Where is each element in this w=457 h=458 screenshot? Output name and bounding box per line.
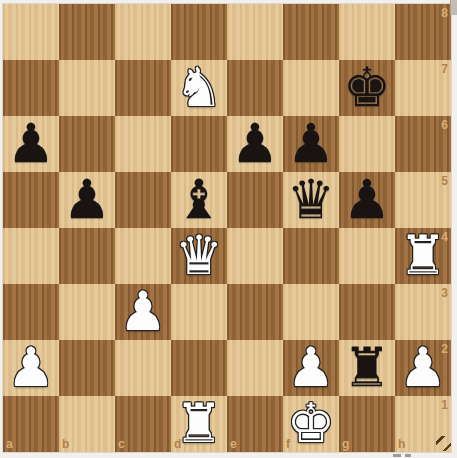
white-king-f1[interactable]: ♚: [283, 396, 339, 452]
square-a2[interactable]: ♟: [3, 340, 59, 396]
square-d5[interactable]: ♝: [171, 172, 227, 228]
square-f4[interactable]: [283, 228, 339, 284]
square-f3[interactable]: [283, 284, 339, 340]
square-c6[interactable]: [115, 116, 171, 172]
square-c3[interactable]: ♟: [115, 284, 171, 340]
square-c5[interactable]: [115, 172, 171, 228]
square-d4[interactable]: ♛: [171, 228, 227, 284]
square-a5[interactable]: [3, 172, 59, 228]
square-g7[interactable]: ♚: [339, 60, 395, 116]
file-label-a: a: [6, 438, 13, 450]
rank-label-8: 8: [441, 7, 448, 19]
square-e7[interactable]: [227, 60, 283, 116]
square-d2[interactable]: [171, 340, 227, 396]
square-c4[interactable]: [115, 228, 171, 284]
square-a6[interactable]: ♟: [3, 116, 59, 172]
square-e4[interactable]: [227, 228, 283, 284]
white-rook-d1[interactable]: ♜: [171, 396, 227, 452]
square-c1[interactable]: c: [115, 396, 171, 452]
square-h7[interactable]: 7: [395, 60, 451, 116]
black-king-g7[interactable]: ♚: [339, 60, 395, 116]
square-a7[interactable]: [3, 60, 59, 116]
square-g5[interactable]: ♟: [339, 172, 395, 228]
square-d8[interactable]: [171, 4, 227, 60]
white-pawn-f2[interactable]: ♟: [283, 340, 339, 396]
square-c7[interactable]: [115, 60, 171, 116]
square-h8[interactable]: 8: [395, 4, 451, 60]
square-g3[interactable]: [339, 284, 395, 340]
square-c2[interactable]: [115, 340, 171, 396]
square-g4[interactable]: [339, 228, 395, 284]
square-h6[interactable]: 6: [395, 116, 451, 172]
square-b5[interactable]: ♟: [59, 172, 115, 228]
square-e5[interactable]: [227, 172, 283, 228]
black-pawn-g5[interactable]: ♟: [339, 172, 395, 228]
square-b6[interactable]: [59, 116, 115, 172]
rank-label-5: 5: [441, 175, 448, 187]
square-f1[interactable]: ♚f: [283, 396, 339, 452]
cutoff-text-fragment: [393, 454, 401, 457]
square-f5[interactable]: ♛: [283, 172, 339, 228]
square-e6[interactable]: ♟: [227, 116, 283, 172]
square-b3[interactable]: [59, 284, 115, 340]
file-label-h: h: [398, 438, 405, 450]
square-a3[interactable]: [3, 284, 59, 340]
square-a4[interactable]: [3, 228, 59, 284]
black-pawn-f6[interactable]: ♟: [283, 116, 339, 172]
square-e3[interactable]: [227, 284, 283, 340]
rank-label-3: 3: [441, 287, 448, 299]
square-e2[interactable]: [227, 340, 283, 396]
file-label-b: b: [62, 438, 69, 450]
square-g1[interactable]: g: [339, 396, 395, 452]
white-knight-d7[interactable]: ♞: [171, 60, 227, 116]
square-a8[interactable]: [3, 4, 59, 60]
square-d7[interactable]: ♞: [171, 60, 227, 116]
white-rook-h4[interactable]: ♜: [395, 228, 451, 284]
square-f2[interactable]: ♟: [283, 340, 339, 396]
square-b2[interactable]: [59, 340, 115, 396]
chess-board[interactable]: 8♞♚7♟♟♟6♟♝♛♟5♛♜4♟3♟♟♜♟2abc♜de♚fg1h: [3, 4, 451, 452]
white-pawn-h2[interactable]: ♟: [395, 340, 451, 396]
black-queen-f5[interactable]: ♛: [283, 172, 339, 228]
file-label-e: e: [230, 438, 237, 450]
black-pawn-e6[interactable]: ♟: [227, 116, 283, 172]
square-f8[interactable]: [283, 4, 339, 60]
square-d6[interactable]: [171, 116, 227, 172]
square-e8[interactable]: [227, 4, 283, 60]
square-g6[interactable]: [339, 116, 395, 172]
square-g2[interactable]: ♜: [339, 340, 395, 396]
square-h3[interactable]: 3: [395, 284, 451, 340]
square-h5[interactable]: 5: [395, 172, 451, 228]
black-rook-g2[interactable]: ♜: [339, 340, 395, 396]
square-f6[interactable]: ♟: [283, 116, 339, 172]
square-h2[interactable]: ♟2: [395, 340, 451, 396]
square-b8[interactable]: [59, 4, 115, 60]
file-label-c: c: [118, 438, 125, 450]
white-queen-d4[interactable]: ♛: [171, 228, 227, 284]
square-h4[interactable]: ♜4: [395, 228, 451, 284]
resize-handle-icon[interactable]: [436, 436, 451, 451]
square-b4[interactable]: [59, 228, 115, 284]
square-d1[interactable]: ♜d: [171, 396, 227, 452]
square-c8[interactable]: [115, 4, 171, 60]
square-b7[interactable]: [59, 60, 115, 116]
square-a1[interactable]: a: [3, 396, 59, 452]
white-pawn-a2[interactable]: ♟: [3, 340, 59, 396]
rank-label-6: 6: [441, 119, 448, 131]
square-b1[interactable]: b: [59, 396, 115, 452]
black-pawn-a6[interactable]: ♟: [3, 116, 59, 172]
rank-label-7: 7: [441, 63, 448, 75]
white-pawn-c3[interactable]: ♟: [115, 284, 171, 340]
square-e1[interactable]: e: [227, 396, 283, 452]
scrollbar-fragment: [450, 0, 457, 15]
rank-label-1: 1: [441, 399, 448, 411]
cutoff-text-fragment: [405, 454, 411, 457]
black-pawn-b5[interactable]: ♟: [59, 172, 115, 228]
square-g8[interactable]: [339, 4, 395, 60]
square-f7[interactable]: [283, 60, 339, 116]
square-d3[interactable]: [171, 284, 227, 340]
file-label-g: g: [342, 438, 349, 450]
black-bishop-d5[interactable]: ♝: [171, 172, 227, 228]
